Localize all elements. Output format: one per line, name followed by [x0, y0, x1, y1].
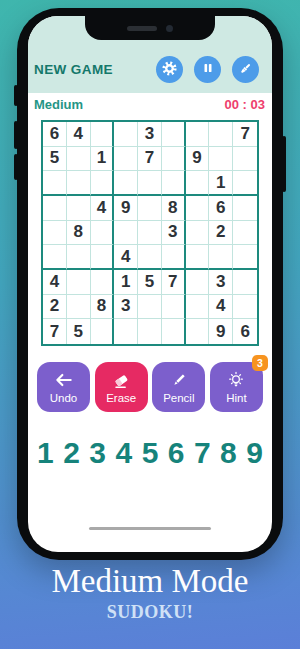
sudoku-cell-empty[interactable]	[162, 295, 186, 320]
sudoku-cell-empty[interactable]	[138, 319, 162, 344]
sudoku-cell-given[interactable]: 4	[67, 122, 91, 147]
sudoku-cell-empty[interactable]	[209, 147, 233, 172]
sudoku-cell-empty[interactable]	[138, 245, 162, 270]
pencil-label: Pencil	[163, 392, 194, 404]
number-pad: 123456789	[28, 436, 272, 469]
sudoku-cell-given[interactable]: 6	[233, 319, 257, 344]
footer-caption: Medium Mode SUDOKU!	[0, 562, 300, 623]
settings-button[interactable]	[156, 56, 183, 83]
hint-count-badge: 3	[252, 355, 268, 371]
numpad-digit-1[interactable]: 1	[37, 436, 54, 469]
sudoku-cell-empty[interactable]	[162, 171, 186, 196]
sudoku-cell-empty[interactable]	[114, 171, 138, 196]
sudoku-cell-empty[interactable]	[67, 295, 91, 320]
sudoku-cell-given[interactable]: 8	[91, 295, 115, 320]
erase-button[interactable]: Erase	[95, 362, 148, 412]
eraser-icon	[111, 370, 131, 390]
sudoku-cell-given[interactable]: 4	[209, 295, 233, 320]
sudoku-cell-empty[interactable]	[67, 270, 91, 295]
sudoku-cell-empty[interactable]	[91, 319, 115, 344]
numpad-digit-7[interactable]: 7	[194, 436, 211, 469]
sudoku-cell-given[interactable]: 9	[186, 147, 210, 172]
sudoku-cell-empty[interactable]	[162, 319, 186, 344]
sudoku-grid: 643751791498683244157328347596	[41, 120, 259, 346]
sudoku-cell-given[interactable]: 4	[91, 196, 115, 221]
pencil-icon	[170, 370, 188, 390]
sudoku-cell-empty[interactable]	[43, 245, 67, 270]
sudoku-cell-empty[interactable]	[186, 245, 210, 270]
undo-button[interactable]: Undo	[37, 362, 90, 412]
sudoku-cell-empty[interactable]	[91, 171, 115, 196]
sudoku-cell-given[interactable]: 4	[114, 245, 138, 270]
header-icon-group	[156, 56, 259, 83]
sudoku-cell-empty[interactable]	[186, 171, 210, 196]
difficulty-label: Medium	[34, 97, 83, 113]
sudoku-cell-given[interactable]: 8	[67, 221, 91, 246]
sudoku-cell-empty[interactable]	[114, 221, 138, 246]
sudoku-cell-given[interactable]: 2	[43, 295, 67, 320]
sudoku-cell-given[interactable]: 1	[114, 270, 138, 295]
sudoku-cell-empty[interactable]	[43, 171, 67, 196]
sudoku-cell-empty[interactable]	[233, 270, 257, 295]
sudoku-cell-given[interactable]: 7	[43, 319, 67, 344]
sudoku-cell-given[interactable]: 1	[209, 171, 233, 196]
numpad-digit-6[interactable]: 6	[168, 436, 185, 469]
sudoku-cell-empty[interactable]	[67, 171, 91, 196]
sudoku-cell-empty[interactable]	[91, 122, 115, 147]
sudoku-cell-given[interactable]: 6	[43, 122, 67, 147]
sudoku-cell-empty[interactable]	[233, 295, 257, 320]
camera-dot	[166, 25, 173, 32]
sudoku-cell-given[interactable]: 5	[138, 270, 162, 295]
numpad-digit-3[interactable]: 3	[89, 436, 106, 469]
numpad-digit-8[interactable]: 8	[220, 436, 237, 469]
phone-frame: NEW GAME	[17, 8, 283, 560]
gear-icon	[161, 60, 178, 80]
sudoku-cell-empty[interactable]	[43, 221, 67, 246]
sudoku-cell-empty[interactable]	[43, 196, 67, 221]
sudoku-cell-empty[interactable]	[67, 147, 91, 172]
numpad-digit-9[interactable]: 9	[246, 436, 263, 469]
sudoku-cell-given[interactable]: 7	[138, 147, 162, 172]
sudoku-cell-empty[interactable]	[209, 122, 233, 147]
hint-label: Hint	[226, 392, 246, 404]
sudoku-cell-empty[interactable]	[114, 147, 138, 172]
sudoku-cell-given[interactable]: 3	[138, 122, 162, 147]
sudoku-cell-empty[interactable]	[91, 245, 115, 270]
sudoku-cell-given[interactable]: 7	[233, 122, 257, 147]
undo-label: Undo	[50, 392, 78, 404]
sudoku-cell-empty[interactable]	[233, 147, 257, 172]
sudoku-cell-empty[interactable]	[114, 319, 138, 344]
status-row: Medium 00 : 03	[34, 97, 265, 113]
sudoku-cell-empty[interactable]	[162, 147, 186, 172]
sudoku-cell-given[interactable]: 8	[162, 196, 186, 221]
sudoku-cell-given[interactable]: 7	[162, 270, 186, 295]
sudoku-cell-given[interactable]: 4	[43, 270, 67, 295]
sudoku-cell-given[interactable]: 5	[43, 147, 67, 172]
sudoku-cell-given[interactable]: 5	[67, 319, 91, 344]
sudoku-cell-given[interactable]: 1	[91, 147, 115, 172]
sudoku-cell-empty[interactable]	[209, 245, 233, 270]
sudoku-cell-empty[interactable]	[186, 295, 210, 320]
volume-up-button	[14, 121, 18, 149]
sudoku-cell-empty[interactable]	[186, 221, 210, 246]
theme-brush-button[interactable]	[232, 56, 259, 83]
footer-title: Medium Mode	[0, 562, 300, 600]
gradient-background: NEW GAME	[0, 0, 300, 649]
sudoku-cell-given[interactable]: 2	[209, 221, 233, 246]
sudoku-cell-empty[interactable]	[186, 319, 210, 344]
sudoku-cell-empty[interactable]	[186, 196, 210, 221]
numpad-digit-5[interactable]: 5	[142, 436, 159, 469]
page-title: NEW GAME	[34, 62, 113, 77]
sudoku-cell-given[interactable]: 3	[114, 295, 138, 320]
sudoku-cell-empty[interactable]	[138, 196, 162, 221]
notch	[85, 16, 215, 40]
sudoku-cell-given[interactable]: 3	[209, 270, 233, 295]
numpad-digit-4[interactable]: 4	[115, 436, 132, 469]
speaker-slot	[127, 26, 157, 31]
volume-down-button	[14, 154, 18, 180]
toolbar: Undo Erase	[28, 362, 272, 412]
pause-button[interactable]	[194, 56, 221, 83]
pencil-button[interactable]: Pencil	[152, 362, 205, 412]
sudoku-cell-empty[interactable]	[91, 221, 115, 246]
sudoku-cell-empty[interactable]	[186, 122, 210, 147]
sudoku-cell-empty[interactable]	[233, 171, 257, 196]
sudoku-cell-given[interactable]: 9	[209, 319, 233, 344]
sudoku-cell-empty[interactable]	[67, 196, 91, 221]
home-indicator[interactable]	[89, 527, 211, 530]
sudoku-cell-given[interactable]: 6	[209, 196, 233, 221]
footer-subtitle: SUDOKU!	[0, 602, 300, 623]
erase-label: Erase	[106, 392, 136, 404]
numpad-digit-2[interactable]: 2	[63, 436, 80, 469]
sudoku-cell-empty[interactable]	[233, 245, 257, 270]
sudoku-cell-empty[interactable]	[233, 221, 257, 246]
power-button	[282, 136, 286, 192]
mute-switch	[14, 85, 18, 106]
sudoku-cell-empty[interactable]	[186, 270, 210, 295]
sudoku-cell-empty[interactable]	[91, 270, 115, 295]
pause-icon	[201, 61, 215, 78]
paint-brush-icon	[238, 61, 253, 79]
sudoku-cell-empty[interactable]	[114, 122, 138, 147]
undo-arrow-icon	[54, 370, 74, 390]
hint-button[interactable]: 3 Hint	[210, 362, 263, 412]
lightbulb-icon	[226, 370, 246, 390]
sudoku-cell-empty[interactable]	[138, 171, 162, 196]
sudoku-cell-empty[interactable]	[138, 295, 162, 320]
sudoku-cell-empty[interactable]	[138, 221, 162, 246]
sudoku-cell-empty[interactable]	[162, 245, 186, 270]
timer: 00 : 03	[225, 97, 265, 113]
sudoku-cell-empty[interactable]	[162, 122, 186, 147]
sudoku-cell-given[interactable]: 3	[162, 221, 186, 246]
sudoku-cell-empty[interactable]	[233, 196, 257, 221]
sudoku-cell-empty[interactable]	[67, 245, 91, 270]
sudoku-cell-given[interactable]: 9	[114, 196, 138, 221]
phone-screen: NEW GAME	[28, 16, 272, 552]
